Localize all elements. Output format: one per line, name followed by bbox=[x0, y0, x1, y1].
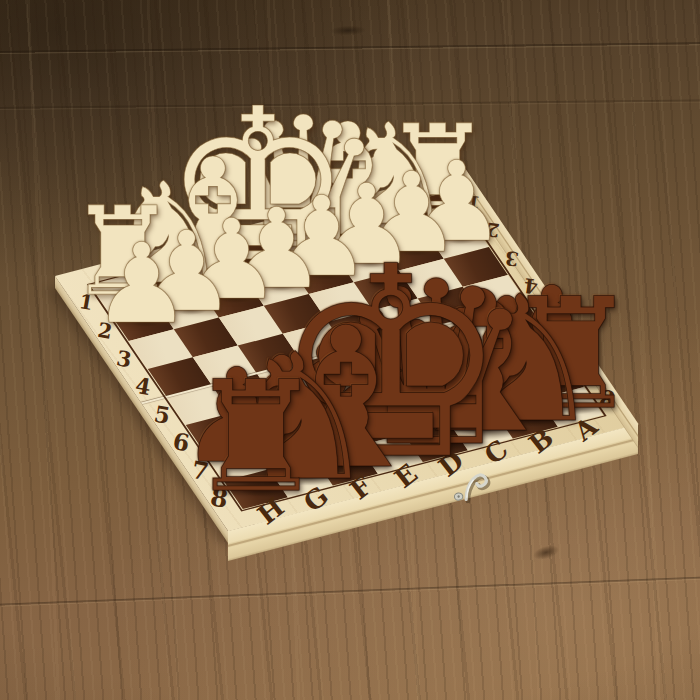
table-surface: 1234567812345678HGFEDCBA ♜♞♝♟♛♟♚♟♝♟♞♟♜♟♟… bbox=[0, 0, 700, 700]
pieces-layer: ♜♞♝♟♛♟♚♟♝♟♞♟♜♟♟♟♟♟♟♜♟♞♟♝♟♛♟♚♟♝♞♜ bbox=[0, 0, 700, 700]
piece-black-rook-h8: ♜ bbox=[187, 361, 324, 514]
piece-white-pawn-h2: ♟ bbox=[92, 228, 191, 338]
